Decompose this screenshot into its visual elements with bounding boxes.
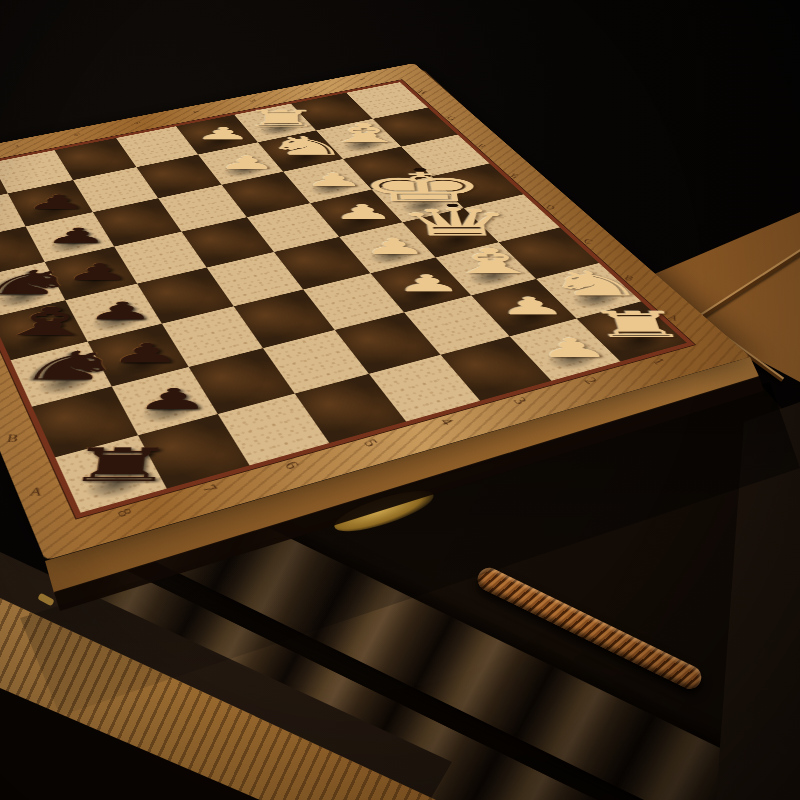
white-knight-b1: ♞ — [534, 267, 656, 301]
black-pawn-c7: ♟ — [103, 340, 188, 367]
dark-finial — [413, 168, 426, 171]
chess-table-photo: 8765432187654321ABCDEFGHABCDEFGH ♟♜♟♟♞♝♟… — [0, 0, 800, 800]
black-pawn-b7: ♟ — [129, 384, 217, 413]
black-pawn-d7: ♟ — [80, 299, 162, 324]
white-rook-a1: ♜ — [576, 307, 700, 343]
black-pawn-g7: ♟ — [20, 192, 95, 212]
black-rook-a8: ♜ — [53, 442, 186, 488]
coord-left-A: A — [28, 486, 43, 498]
dark-finial — [446, 204, 458, 207]
black-pawn-e7: ♟ — [58, 260, 138, 283]
white-queen-d2: ♛ — [387, 203, 528, 241]
black-pawn-f7: ♟ — [38, 225, 115, 246]
white-bishop-g2: ♝ — [314, 120, 417, 146]
